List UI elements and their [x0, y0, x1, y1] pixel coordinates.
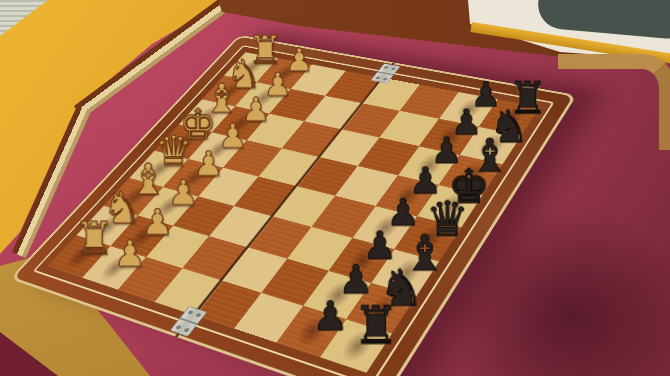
black-pawn[interactable]: ♟ [312, 297, 348, 337]
black-rook[interactable]: ♜ [353, 300, 400, 352]
white-rook[interactable]: ♜ [74, 216, 114, 261]
tray-corner-frame [558, 54, 670, 150]
white-pawn[interactable]: ♟ [113, 236, 146, 272]
photo-canvas: { "game": { "name": "chess", "variant": … [0, 0, 670, 376]
square-a1[interactable]: ♜ [48, 236, 110, 278]
chess-board-grid: ♜♞♝♛♚♝♞♜♟♟♟♟♟♟♟♟♟♟♟♟♟♟♟♟♜♞♝♛♚♝♞♜ [48, 52, 540, 373]
